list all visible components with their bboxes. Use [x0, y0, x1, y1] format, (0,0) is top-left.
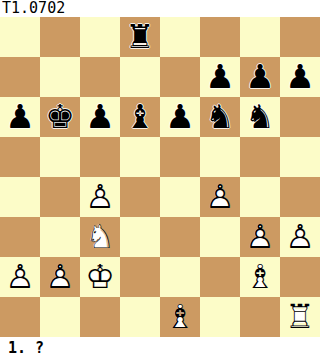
square-a5[interactable]: [0, 137, 40, 177]
square-e4[interactable]: [160, 177, 200, 217]
square-a2[interactable]: ♟♙: [0, 257, 40, 297]
piece-white-king[interactable]: ♚♔: [80, 257, 120, 297]
pawn-outline-glyph: ♙: [240, 217, 280, 257]
square-d2[interactable]: [120, 257, 160, 297]
piece-white-pawn[interactable]: ♟♙: [280, 217, 320, 257]
chess-board: ♜♟♟♟♟♚♟♝♟♞♞♟♙♟♙♞♘♟♙♟♙♟♙♟♙♚♔♝♗♝♗♜♖: [0, 17, 320, 337]
square-h2[interactable]: [280, 257, 320, 297]
piece-black-pawn[interactable]: ♟: [0, 97, 40, 137]
bishop-outline-glyph: ♗: [160, 297, 200, 337]
square-b8[interactable]: [40, 17, 80, 57]
square-h8[interactable]: [280, 17, 320, 57]
bishop-outline-glyph: ♗: [240, 257, 280, 297]
square-c6[interactable]: ♟: [80, 97, 120, 137]
square-c7[interactable]: [80, 57, 120, 97]
square-b5[interactable]: [40, 137, 80, 177]
square-f2[interactable]: [200, 257, 240, 297]
rook-outline-glyph: ♖: [280, 297, 320, 337]
square-e7[interactable]: [160, 57, 200, 97]
square-g2[interactable]: ♝♗: [240, 257, 280, 297]
square-g3[interactable]: ♟♙: [240, 217, 280, 257]
square-g1[interactable]: [240, 297, 280, 337]
square-a7[interactable]: [0, 57, 40, 97]
knight-outline-glyph: ♘: [80, 217, 120, 257]
piece-white-pawn[interactable]: ♟♙: [40, 257, 80, 297]
piece-black-pawn[interactable]: ♟: [280, 57, 320, 97]
pawn-outline-glyph: ♙: [280, 217, 320, 257]
square-h1[interactable]: ♜♖: [280, 297, 320, 337]
square-f4[interactable]: ♟♙: [200, 177, 240, 217]
square-f6[interactable]: ♞: [200, 97, 240, 137]
square-d5[interactable]: [120, 137, 160, 177]
piece-black-knight[interactable]: ♞: [240, 97, 280, 137]
piece-white-pawn[interactable]: ♟♙: [80, 177, 120, 217]
piece-black-king[interactable]: ♚: [40, 97, 80, 137]
square-a6[interactable]: ♟: [0, 97, 40, 137]
pawn-outline-glyph: ♙: [40, 257, 80, 297]
piece-black-pawn[interactable]: ♟: [200, 57, 240, 97]
square-b4[interactable]: [40, 177, 80, 217]
square-g6[interactable]: ♞: [240, 97, 280, 137]
piece-black-pawn[interactable]: ♟: [240, 57, 280, 97]
square-h6[interactable]: [280, 97, 320, 137]
piece-black-pawn[interactable]: ♟: [160, 97, 200, 137]
square-e1[interactable]: ♝♗: [160, 297, 200, 337]
square-c4[interactable]: ♟♙: [80, 177, 120, 217]
piece-white-pawn[interactable]: ♟♙: [240, 217, 280, 257]
square-d4[interactable]: [120, 177, 160, 217]
square-e3[interactable]: [160, 217, 200, 257]
square-d7[interactable]: [120, 57, 160, 97]
square-d6[interactable]: ♝: [120, 97, 160, 137]
square-a8[interactable]: [0, 17, 40, 57]
pawn-outline-glyph: ♙: [200, 177, 240, 217]
square-e8[interactable]: [160, 17, 200, 57]
square-b7[interactable]: [40, 57, 80, 97]
square-a3[interactable]: [0, 217, 40, 257]
pawn-outline-glyph: ♙: [80, 177, 120, 217]
piece-white-pawn[interactable]: ♟♙: [0, 257, 40, 297]
square-b6[interactable]: ♚: [40, 97, 80, 137]
square-f1[interactable]: [200, 297, 240, 337]
square-g7[interactable]: ♟: [240, 57, 280, 97]
square-a4[interactable]: [0, 177, 40, 217]
square-d8[interactable]: ♜: [120, 17, 160, 57]
piece-black-rook[interactable]: ♜: [120, 17, 160, 57]
square-g4[interactable]: [240, 177, 280, 217]
piece-white-bishop[interactable]: ♝♗: [240, 257, 280, 297]
square-h3[interactable]: ♟♙: [280, 217, 320, 257]
move-prompt: 1. ?: [0, 337, 320, 360]
square-b1[interactable]: [40, 297, 80, 337]
piece-black-bishop[interactable]: ♝: [120, 97, 160, 137]
square-c2[interactable]: ♚♔: [80, 257, 120, 297]
piece-white-pawn[interactable]: ♟♙: [200, 177, 240, 217]
square-e5[interactable]: [160, 137, 200, 177]
square-c8[interactable]: [80, 17, 120, 57]
king-outline-glyph: ♔: [80, 257, 120, 297]
square-e6[interactable]: ♟: [160, 97, 200, 137]
square-c5[interactable]: [80, 137, 120, 177]
square-g5[interactable]: [240, 137, 280, 177]
square-f5[interactable]: [200, 137, 240, 177]
square-b3[interactable]: [40, 217, 80, 257]
piece-white-knight[interactable]: ♞♘: [80, 217, 120, 257]
square-f3[interactable]: [200, 217, 240, 257]
square-h4[interactable]: [280, 177, 320, 217]
square-c1[interactable]: [80, 297, 120, 337]
square-d3[interactable]: [120, 217, 160, 257]
square-e2[interactable]: [160, 257, 200, 297]
square-h7[interactable]: ♟: [280, 57, 320, 97]
piece-black-pawn[interactable]: ♟: [80, 97, 120, 137]
piece-white-bishop[interactable]: ♝♗: [160, 297, 200, 337]
square-d1[interactable]: [120, 297, 160, 337]
square-b2[interactable]: ♟♙: [40, 257, 80, 297]
diagram-title: T1.0702: [0, 0, 320, 17]
square-c3[interactable]: ♞♘: [80, 217, 120, 257]
square-h5[interactable]: [280, 137, 320, 177]
pawn-outline-glyph: ♙: [0, 257, 40, 297]
square-f8[interactable]: [200, 17, 240, 57]
square-g8[interactable]: [240, 17, 280, 57]
piece-white-rook[interactable]: ♜♖: [280, 297, 320, 337]
square-f7[interactable]: ♟: [200, 57, 240, 97]
square-a1[interactable]: [0, 297, 40, 337]
chess-diagram: T1.0702 ♜♟♟♟♟♚♟♝♟♞♞♟♙♟♙♞♘♟♙♟♙♟♙♟♙♚♔♝♗♝♗♜…: [0, 0, 320, 360]
piece-black-knight[interactable]: ♞: [200, 97, 240, 137]
